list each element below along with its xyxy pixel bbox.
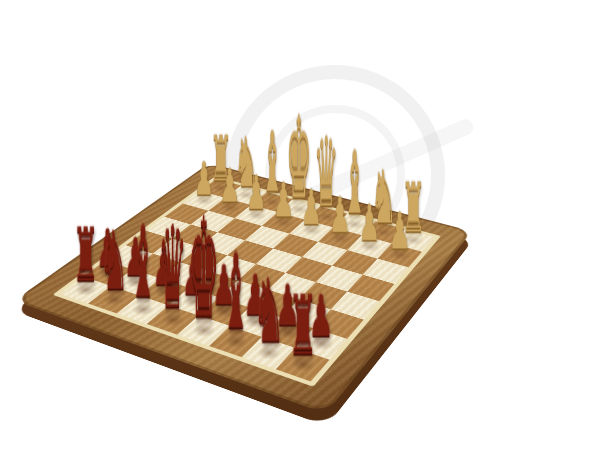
- chess-set-photo: ♜♞♝♚♛♝♞♜♟♟♟♟♟♟♟♟♟♟♟♟♟♟♟♟♜♞♝♛♚♝♞♜: [0, 0, 600, 450]
- square-c2: ♟: [139, 278, 189, 305]
- piece-shadow: [382, 246, 418, 265]
- square-g5: [316, 266, 363, 292]
- red-knight-piece: ♞: [83, 224, 144, 299]
- piece-shadow: [183, 319, 225, 343]
- piece-shadow: [281, 352, 324, 378]
- square-d3: [189, 271, 238, 297]
- square-a4: [126, 231, 172, 254]
- piece-shadow: [282, 201, 316, 217]
- square-e1: ♚: [177, 316, 229, 346]
- square-h7: ♟: [378, 243, 422, 267]
- piece-shadow: [65, 279, 105, 300]
- red-rook-piece: ♜: [55, 222, 117, 289]
- piece-shadow: [267, 321, 308, 345]
